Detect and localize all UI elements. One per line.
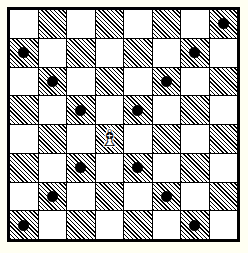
square-d4[interactable]: ♝♗ [96,125,124,153]
square-b8[interactable] [39,10,67,38]
square-a8[interactable] [10,10,38,38]
square-f5[interactable] [153,96,181,124]
square-g1[interactable] [181,211,209,239]
white-bishop[interactable]: ♝♗ [98,126,120,152]
square-g2[interactable] [181,183,209,211]
square-h6[interactable] [210,68,238,96]
black-disc-piece[interactable] [18,220,29,231]
square-d2[interactable] [96,183,124,211]
square-f7[interactable] [153,39,181,67]
square-b2[interactable] [39,183,67,211]
square-f1[interactable] [153,211,181,239]
square-b5[interactable] [39,96,67,124]
square-h3[interactable] [210,154,238,182]
diagram-page: { "game": "chess", "position": { "fen": … [0,0,248,253]
square-h8[interactable] [210,10,238,38]
square-a6[interactable] [10,68,38,96]
square-c4[interactable] [67,125,95,153]
black-disc-piece[interactable] [161,76,172,87]
square-d6[interactable] [96,68,124,96]
square-d7[interactable] [96,39,124,67]
square-e8[interactable] [124,10,152,38]
square-b4[interactable] [39,125,67,153]
square-b6[interactable] [39,68,67,96]
square-g7[interactable] [181,39,209,67]
square-f4[interactable] [153,125,181,153]
square-a1[interactable] [10,211,38,239]
square-h7[interactable] [210,39,238,67]
square-g8[interactable] [181,10,209,38]
black-disc-piece[interactable] [47,191,58,202]
square-e4[interactable] [124,125,152,153]
square-f2[interactable] [153,183,181,211]
square-g3[interactable] [181,154,209,182]
square-e5[interactable] [124,96,152,124]
black-disc-piece[interactable] [161,191,172,202]
square-h2[interactable] [210,183,238,211]
square-e7[interactable] [124,39,152,67]
black-disc-piece[interactable] [189,47,200,58]
square-d3[interactable] [96,154,124,182]
square-c5[interactable] [67,96,95,124]
white-bishop-outline-glyph: ♗ [99,126,120,149]
square-f8[interactable] [153,10,181,38]
black-disc-piece[interactable] [132,105,143,116]
square-b1[interactable] [39,211,67,239]
square-a3[interactable] [10,154,38,182]
square-b3[interactable] [39,154,67,182]
black-disc-piece[interactable] [18,47,29,58]
square-c8[interactable] [67,10,95,38]
square-g5[interactable] [181,96,209,124]
square-a2[interactable] [10,183,38,211]
black-disc-piece[interactable] [218,18,229,29]
black-disc-piece[interactable] [75,105,86,116]
square-e1[interactable] [124,211,152,239]
square-e3[interactable] [124,154,152,182]
square-h1[interactable] [210,211,238,239]
square-h5[interactable] [210,96,238,124]
square-e6[interactable] [124,68,152,96]
black-disc-piece[interactable] [189,220,200,231]
square-d8[interactable] [96,10,124,38]
square-b7[interactable] [39,39,67,67]
square-c3[interactable] [67,154,95,182]
square-f6[interactable] [153,68,181,96]
square-e2[interactable] [124,183,152,211]
square-c6[interactable] [67,68,95,96]
square-d5[interactable] [96,96,124,124]
square-d1[interactable] [96,211,124,239]
black-disc-piece[interactable] [132,162,143,173]
square-c1[interactable] [67,211,95,239]
square-f3[interactable] [153,154,181,182]
black-disc-piece[interactable] [75,162,86,173]
square-a4[interactable] [10,125,38,153]
square-c7[interactable] [67,39,95,67]
square-g4[interactable] [181,125,209,153]
square-a7[interactable] [10,39,38,67]
square-c2[interactable] [67,183,95,211]
square-h4[interactable] [210,125,238,153]
chessboard: ♝♗ [7,7,240,242]
square-a5[interactable] [10,96,38,124]
black-disc-piece[interactable] [47,76,58,87]
square-g6[interactable] [181,68,209,96]
